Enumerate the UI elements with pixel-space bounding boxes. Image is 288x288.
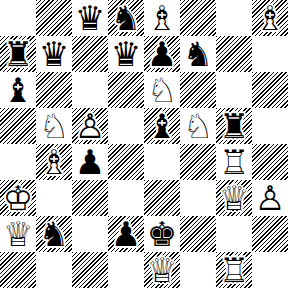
square-c6[interactable] (72, 72, 108, 108)
piece-black-queen-b7: ♛ (36, 36, 72, 72)
piece-black-queen-d7: ♛ (108, 36, 144, 72)
square-a8[interactable] (0, 0, 36, 36)
piece-black-queen-c8: ♛ (72, 0, 108, 36)
piece-black-rook-a7: ♜ (0, 36, 36, 72)
square-c8[interactable]: ♛ (72, 0, 108, 36)
square-g6[interactable] (216, 72, 252, 108)
square-e6[interactable]: ♘ (144, 72, 180, 108)
square-a1[interactable] (0, 252, 36, 288)
square-g1[interactable]: ♜♖ (216, 252, 252, 288)
square-f4[interactable] (180, 144, 216, 180)
square-h1[interactable] (252, 252, 288, 288)
piece-white-rook-g1: ♖ (216, 252, 252, 288)
square-h3[interactable]: ♙ (252, 180, 288, 216)
square-g2[interactable] (216, 216, 252, 252)
square-g8[interactable] (216, 0, 252, 36)
square-g5[interactable]: ♜♜ (216, 108, 252, 144)
piece-white-bishop-e8: ♗ (144, 0, 180, 36)
square-b7[interactable]: ♛ (36, 36, 72, 72)
square-d5[interactable] (108, 108, 144, 144)
square-a2[interactable]: ♕ (0, 216, 36, 252)
piece-white-knight-f5: ♘ (180, 108, 216, 144)
square-c2[interactable] (72, 216, 108, 252)
piece-black-pawn-c4: ♟ (72, 144, 108, 180)
square-e3[interactable] (144, 180, 180, 216)
square-e2[interactable]: ♚ (144, 216, 180, 252)
piece-black-knight-b2: ♞ (36, 216, 72, 252)
square-c1[interactable] (72, 252, 108, 288)
square-h7[interactable] (252, 36, 288, 72)
square-b6[interactable] (36, 72, 72, 108)
square-h8[interactable]: ♝♗ (252, 0, 288, 36)
square-e5[interactable]: ♝♝ (144, 108, 180, 144)
piece-white-king-a3: ♔ (0, 180, 36, 216)
piece-white-pawn-h3: ♙ (252, 180, 288, 216)
piece-black-rook-g5: ♜ (216, 108, 252, 144)
piece-black-knight-d8: ♞ (108, 0, 144, 36)
square-d2[interactable]: ♟♟ (108, 216, 144, 252)
square-g4[interactable]: ♖ (216, 144, 252, 180)
square-a5[interactable] (0, 108, 36, 144)
square-b1[interactable] (36, 252, 72, 288)
square-b4[interactable]: ♝♗ (36, 144, 72, 180)
square-h5[interactable] (252, 108, 288, 144)
piece-white-pawn-c5: ♙ (72, 108, 108, 144)
square-e7[interactable]: ♟♟ (144, 36, 180, 72)
piece-white-bishop-b4: ♗ (36, 144, 72, 180)
square-d4[interactable] (108, 144, 144, 180)
piece-white-queen-g3: ♕ (216, 180, 252, 216)
square-c5[interactable]: ♟♙ (72, 108, 108, 144)
piece-black-king-e2: ♚ (144, 216, 180, 252)
square-d1[interactable] (108, 252, 144, 288)
piece-white-rook-g4: ♖ (216, 144, 252, 180)
piece-white-knight-e6: ♘ (144, 72, 180, 108)
square-a7[interactable]: ♜♜ (0, 36, 36, 72)
square-a6[interactable]: ♝ (0, 72, 36, 108)
piece-white-bishop-h8: ♗ (252, 0, 288, 36)
square-d8[interactable]: ♞♞ (108, 0, 144, 36)
square-c4[interactable]: ♟ (72, 144, 108, 180)
piece-white-knight-b5: ♘ (36, 108, 72, 144)
piece-white-queen-a2: ♕ (0, 216, 36, 252)
square-f2[interactable] (180, 216, 216, 252)
chess-board: ♛♞♞♗♝♗♜♜♛♛♟♟♞♝♘♘♟♙♝♝♘♜♜♝♗♟♖♚♔♛♕♙♕♞♞♟♟♚♛♕… (0, 0, 288, 288)
piece-black-pawn-d2: ♟ (108, 216, 144, 252)
piece-black-bishop-a6: ♝ (0, 72, 36, 108)
square-e4[interactable] (144, 144, 180, 180)
piece-black-pawn-e7: ♟ (144, 36, 180, 72)
square-c7[interactable] (72, 36, 108, 72)
square-d7[interactable]: ♛ (108, 36, 144, 72)
square-d6[interactable] (108, 72, 144, 108)
square-d3[interactable] (108, 180, 144, 216)
piece-black-bishop-e5: ♝ (144, 108, 180, 144)
square-b8[interactable] (36, 0, 72, 36)
square-c3[interactable] (72, 180, 108, 216)
square-h6[interactable] (252, 72, 288, 108)
square-h2[interactable] (252, 216, 288, 252)
square-a4[interactable] (0, 144, 36, 180)
square-h4[interactable] (252, 144, 288, 180)
square-f6[interactable] (180, 72, 216, 108)
square-f1[interactable] (180, 252, 216, 288)
square-g7[interactable] (216, 36, 252, 72)
square-f8[interactable] (180, 0, 216, 36)
square-a3[interactable]: ♚♔ (0, 180, 36, 216)
square-b2[interactable]: ♞♞ (36, 216, 72, 252)
piece-white-queen-e1: ♕ (144, 252, 180, 288)
square-f5[interactable]: ♘ (180, 108, 216, 144)
square-b5[interactable]: ♘ (36, 108, 72, 144)
square-f7[interactable]: ♞ (180, 36, 216, 72)
square-e8[interactable]: ♗ (144, 0, 180, 36)
square-f3[interactable] (180, 180, 216, 216)
square-b3[interactable] (36, 180, 72, 216)
square-g3[interactable]: ♛♕ (216, 180, 252, 216)
square-e1[interactable]: ♛♕ (144, 252, 180, 288)
piece-black-knight-f7: ♞ (180, 36, 216, 72)
